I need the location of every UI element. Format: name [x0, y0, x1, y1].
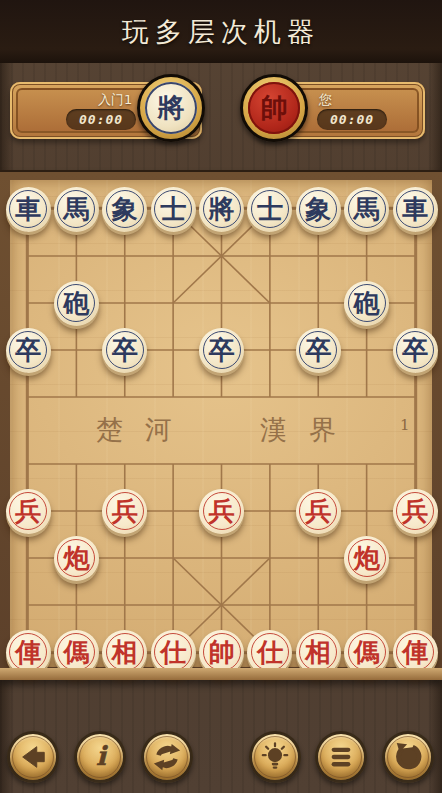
menu-button[interactable]	[315, 731, 367, 783]
piece-將-black[interactable]: 將	[199, 187, 244, 232]
user-name: 您	[319, 91, 332, 109]
info-icon: i	[85, 742, 115, 772]
piece-砲-black[interactable]: 砲	[54, 281, 99, 326]
pieces-layer: 車馬象士將士象馬車砲砲卒卒卒卒卒兵兵兵兵兵炮炮俥傌相仕帥仕相傌俥	[0, 172, 442, 680]
board-bottom-edge	[0, 668, 442, 680]
piece-卒-black[interactable]: 卒	[6, 328, 51, 373]
menu-icon	[326, 742, 356, 772]
info-button[interactable]: i	[74, 731, 126, 783]
piece-兵-red[interactable]: 兵	[296, 489, 341, 534]
screen: { "app": { "title": "玩多层次机器" }, "header"…	[0, 0, 442, 793]
hint-button[interactable]	[249, 731, 301, 783]
hint-icon	[260, 742, 290, 772]
back-button[interactable]	[7, 731, 59, 783]
piece-象-black[interactable]: 象	[296, 187, 341, 232]
black-general-avatar-piece: 將	[145, 82, 197, 134]
piece-馬-black[interactable]: 馬	[344, 187, 389, 232]
undo-icon	[393, 742, 423, 772]
user-timer: 00:00	[317, 109, 387, 130]
undo-button[interactable]	[382, 731, 434, 783]
back-icon	[18, 742, 48, 772]
opponent-avatar: 將	[137, 74, 205, 142]
piece-卒-black[interactable]: 卒	[199, 328, 244, 373]
piece-卒-black[interactable]: 卒	[102, 328, 147, 373]
piece-炮-red[interactable]: 炮	[344, 536, 389, 581]
opponent-name: 入门1	[98, 91, 132, 109]
piece-兵-red[interactable]: 兵	[6, 489, 51, 534]
piece-兵-red[interactable]: 兵	[393, 489, 438, 534]
restart-icon	[152, 742, 182, 772]
piece-車-black[interactable]: 車	[393, 187, 438, 232]
user-avatar: 帥	[240, 74, 308, 142]
piece-砲-black[interactable]: 砲	[344, 281, 389, 326]
piece-士-black[interactable]: 士	[151, 187, 196, 232]
xiangqi-board: 楚河 漢界 1 車馬象士將士象馬車砲砲卒卒卒卒卒兵兵兵兵兵炮炮俥傌相仕帥仕相傌俥	[0, 170, 442, 680]
svg-text:i: i	[96, 742, 108, 771]
opponent-timer: 00:00	[66, 109, 136, 130]
piece-象-black[interactable]: 象	[102, 187, 147, 232]
piece-馬-black[interactable]: 馬	[54, 187, 99, 232]
piece-車-black[interactable]: 車	[6, 187, 51, 232]
piece-兵-red[interactable]: 兵	[102, 489, 147, 534]
red-general-avatar-piece: 帥	[248, 82, 300, 134]
title-bar: 玩多层次机器	[0, 0, 442, 63]
piece-炮-red[interactable]: 炮	[54, 536, 99, 581]
piece-士-black[interactable]: 士	[247, 187, 292, 232]
piece-卒-black[interactable]: 卒	[393, 328, 438, 373]
piece-卒-black[interactable]: 卒	[296, 328, 341, 373]
page-title: 玩多层次机器	[122, 14, 320, 50]
restart-button[interactable]	[141, 731, 193, 783]
piece-兵-red[interactable]: 兵	[199, 489, 244, 534]
